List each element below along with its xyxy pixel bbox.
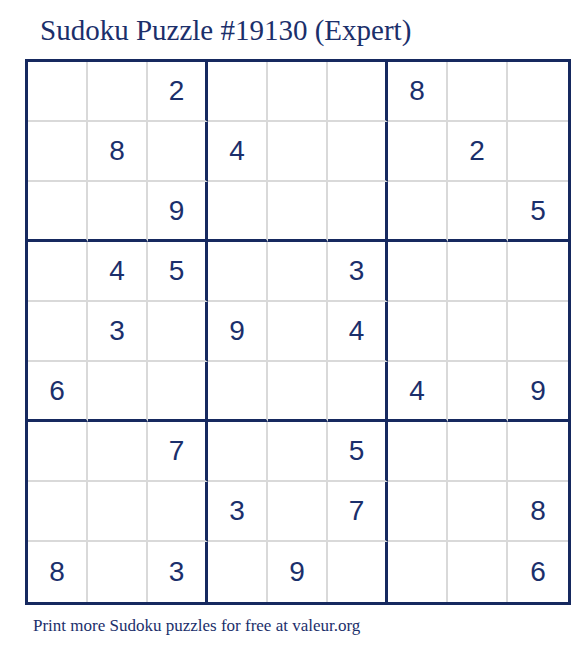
cell-r1c4-empty [208, 62, 268, 122]
cell-r7c5-empty [268, 422, 328, 482]
cell-r1c5-empty [268, 62, 328, 122]
cell-r9c1-given: 8 [28, 542, 88, 602]
cell-r3c6-empty [328, 182, 388, 242]
cell-r3c8-empty [448, 182, 508, 242]
cell-r8c4-given: 3 [208, 482, 268, 542]
cell-r9c2-empty [88, 542, 148, 602]
cell-r8c3-empty [148, 482, 208, 542]
cell-r6c2-empty [88, 362, 148, 422]
cell-r6c8-empty [448, 362, 508, 422]
footer-text: Print more Sudoku puzzles for free at va… [33, 616, 360, 636]
cell-r3c7-empty [388, 182, 448, 242]
cell-r4c3-given: 5 [148, 242, 208, 302]
cell-r6c1-given: 6 [28, 362, 88, 422]
cell-r4c6-given: 3 [328, 242, 388, 302]
cell-r5c3-empty [148, 302, 208, 362]
cell-r6c6-empty [328, 362, 388, 422]
cell-r6c3-empty [148, 362, 208, 422]
cell-r5c5-empty [268, 302, 328, 362]
cell-r7c2-empty [88, 422, 148, 482]
cell-r1c2-empty [88, 62, 148, 122]
cell-r3c5-empty [268, 182, 328, 242]
cell-r9c6-empty [328, 542, 388, 602]
cell-r5c8-empty [448, 302, 508, 362]
cell-r5c6-given: 4 [328, 302, 388, 362]
cell-r1c6-empty [328, 62, 388, 122]
cell-r5c7-empty [388, 302, 448, 362]
cell-r8c6-given: 7 [328, 482, 388, 542]
cell-r3c9-given: 5 [508, 182, 568, 242]
cell-r6c9-given: 9 [508, 362, 568, 422]
cell-r3c2-empty [88, 182, 148, 242]
cell-r2c8-given: 2 [448, 122, 508, 182]
page-title: Sudoku Puzzle #19130 (Expert) [40, 14, 411, 47]
cell-r8c5-empty [268, 482, 328, 542]
cell-r4c2-given: 4 [88, 242, 148, 302]
cell-r5c4-given: 9 [208, 302, 268, 362]
cell-r8c7-empty [388, 482, 448, 542]
cell-r3c4-empty [208, 182, 268, 242]
cell-r7c4-empty [208, 422, 268, 482]
cell-r9c8-empty [448, 542, 508, 602]
cell-r1c8-empty [448, 62, 508, 122]
cell-r1c3-given: 2 [148, 62, 208, 122]
cell-r5c1-empty [28, 302, 88, 362]
cell-r4c7-empty [388, 242, 448, 302]
cell-r8c9-given: 8 [508, 482, 568, 542]
cell-r2c1-empty [28, 122, 88, 182]
cell-r2c4-given: 4 [208, 122, 268, 182]
cell-r2c3-empty [148, 122, 208, 182]
cell-r1c7-given: 8 [388, 62, 448, 122]
cell-r5c2-given: 3 [88, 302, 148, 362]
cell-r7c9-empty [508, 422, 568, 482]
cell-r2c7-empty [388, 122, 448, 182]
cell-r4c4-empty [208, 242, 268, 302]
cell-r7c8-empty [448, 422, 508, 482]
cell-r7c7-empty [388, 422, 448, 482]
cell-r4c5-empty [268, 242, 328, 302]
cell-r6c5-empty [268, 362, 328, 422]
sudoku-grid: 2884295453394649753788396 [25, 59, 571, 605]
cell-r1c9-empty [508, 62, 568, 122]
cell-r7c6-given: 5 [328, 422, 388, 482]
cell-r8c2-empty [88, 482, 148, 542]
cell-r7c1-empty [28, 422, 88, 482]
cell-r6c4-empty [208, 362, 268, 422]
cell-r6c7-given: 4 [388, 362, 448, 422]
cell-r1c1-empty [28, 62, 88, 122]
cell-r2c9-empty [508, 122, 568, 182]
cell-r9c9-given: 6 [508, 542, 568, 602]
cell-r2c5-empty [268, 122, 328, 182]
cell-r2c6-empty [328, 122, 388, 182]
cell-r9c4-empty [208, 542, 268, 602]
cell-r9c5-given: 9 [268, 542, 328, 602]
cell-r4c8-empty [448, 242, 508, 302]
cell-r9c3-given: 3 [148, 542, 208, 602]
cell-r5c9-empty [508, 302, 568, 362]
cell-r3c1-empty [28, 182, 88, 242]
cell-r4c9-empty [508, 242, 568, 302]
cell-r8c8-empty [448, 482, 508, 542]
cell-r9c7-empty [388, 542, 448, 602]
cell-r2c2-given: 8 [88, 122, 148, 182]
cell-r4c1-empty [28, 242, 88, 302]
cell-r3c3-given: 9 [148, 182, 208, 242]
cell-r8c1-empty [28, 482, 88, 542]
cell-r7c3-given: 7 [148, 422, 208, 482]
